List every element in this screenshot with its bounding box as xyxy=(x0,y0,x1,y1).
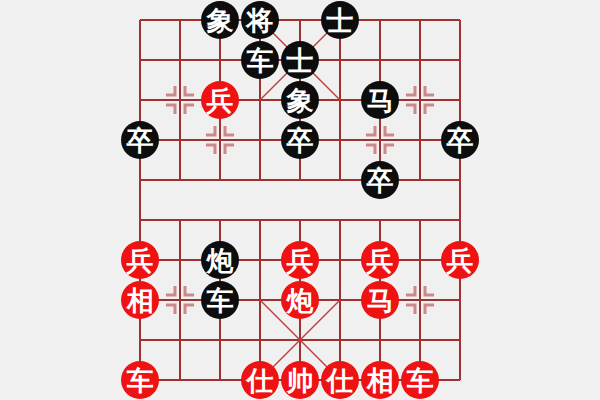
piece-black-chariot[interactable]: 车 xyxy=(241,41,279,79)
piece-black-soldier[interactable]: 卒 xyxy=(361,161,399,199)
piece-red-elephant[interactable]: 相 xyxy=(361,361,399,399)
piece-black-chariot[interactable]: 车 xyxy=(201,281,239,319)
piece-black-advisor[interactable]: 士 xyxy=(321,1,359,39)
piece-red-elephant[interactable]: 相 xyxy=(121,281,159,319)
piece-black-advisor[interactable]: 士 xyxy=(281,41,319,79)
piece-red-chariot[interactable]: 车 xyxy=(401,361,439,399)
xiangqi-app-canvas: 象将士车士兵象马卒卒卒卒兵炮兵兵兵相车炮马车仕帅仕相车 xyxy=(0,0,600,400)
piece-red-soldier[interactable]: 兵 xyxy=(281,241,319,279)
piece-red-advisor[interactable]: 仕 xyxy=(321,361,359,399)
piece-black-soldier[interactable]: 卒 xyxy=(281,121,319,159)
piece-red-general[interactable]: 帅 xyxy=(281,361,319,399)
piece-black-soldier[interactable]: 卒 xyxy=(121,121,159,159)
piece-red-horse[interactable]: 马 xyxy=(361,281,399,319)
piece-red-soldier[interactable]: 兵 xyxy=(361,241,399,279)
piece-red-chariot[interactable]: 车 xyxy=(121,361,159,399)
piece-black-elephant[interactable]: 象 xyxy=(201,1,239,39)
piece-black-soldier[interactable]: 卒 xyxy=(441,121,479,159)
piece-black-cannon[interactable]: 炮 xyxy=(201,241,239,279)
piece-red-soldier[interactable]: 兵 xyxy=(201,81,239,119)
pieces-layer: 象将士车士兵象马卒卒卒卒兵炮兵兵兵相车炮马车仕帅仕相车 xyxy=(0,0,600,400)
piece-red-soldier[interactable]: 兵 xyxy=(441,241,479,279)
piece-black-elephant[interactable]: 象 xyxy=(281,81,319,119)
piece-red-soldier[interactable]: 兵 xyxy=(121,241,159,279)
piece-black-general[interactable]: 将 xyxy=(241,1,279,39)
piece-black-horse[interactable]: 马 xyxy=(361,81,399,119)
piece-red-advisor[interactable]: 仕 xyxy=(241,361,279,399)
piece-red-cannon[interactable]: 炮 xyxy=(281,281,319,319)
